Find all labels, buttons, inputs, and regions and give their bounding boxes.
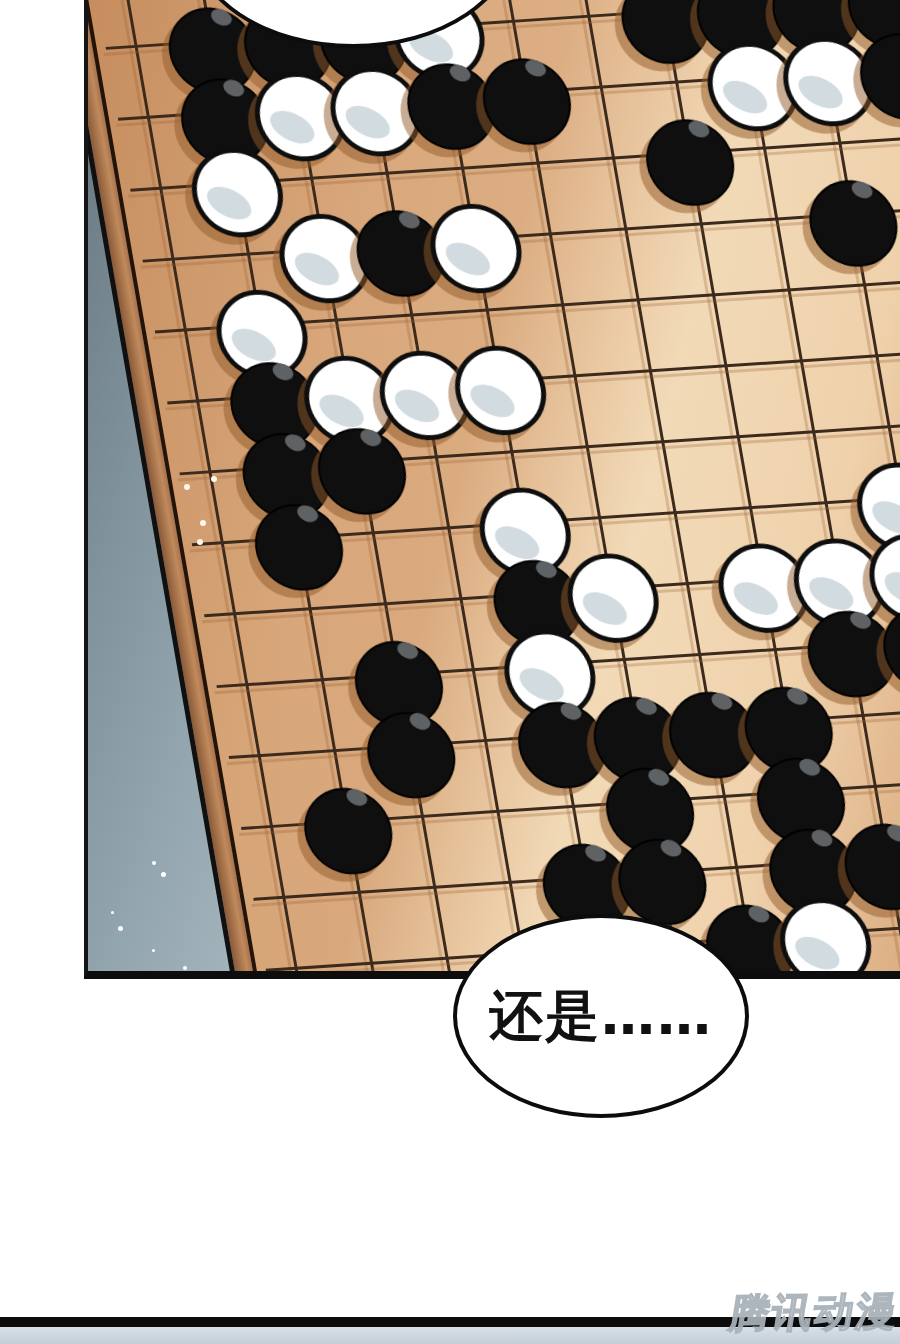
white-stone: ● — [423, 192, 525, 284]
comic-panel: ●●●●●●●●●●●●●●●●●●●●●●●●●●●●●●●●●●●●●●●●… — [84, 0, 900, 979]
wall-speckle — [152, 861, 156, 865]
speech-text: 还是…… — [489, 980, 713, 1053]
wall-speckle — [161, 872, 166, 877]
go-board: ●●●●●●●●●●●●●●●●●●●●●●●●●●●●●●●●●●●●●●●●… — [84, 0, 900, 979]
wall-speckle — [118, 926, 123, 931]
black-stone: ● — [295, 775, 397, 867]
white-stone: ● — [448, 334, 550, 426]
paint-fleck — [184, 484, 190, 490]
paint-fleck — [211, 476, 217, 482]
speech-bubble: 还是…… — [453, 914, 749, 1118]
paint-fleck — [200, 520, 206, 526]
black-stone: ● — [637, 106, 739, 198]
black-stone: ● — [246, 491, 348, 583]
paint-fleck — [197, 539, 203, 545]
watermark: 腾讯动漫 — [725, 1284, 900, 1342]
wall-speckle — [152, 949, 155, 952]
wall-speckle — [183, 966, 187, 970]
comic-page: ●●●●●●●●●●●●●●●●●●●●●●●●●●●●●●●●●●●●●●●●… — [0, 0, 900, 1344]
black-stone: ● — [800, 167, 900, 259]
black-stone: ● — [474, 45, 576, 137]
white-stone: ● — [773, 886, 875, 978]
black-stone: ● — [851, 20, 900, 112]
wall-speckle — [111, 911, 114, 914]
